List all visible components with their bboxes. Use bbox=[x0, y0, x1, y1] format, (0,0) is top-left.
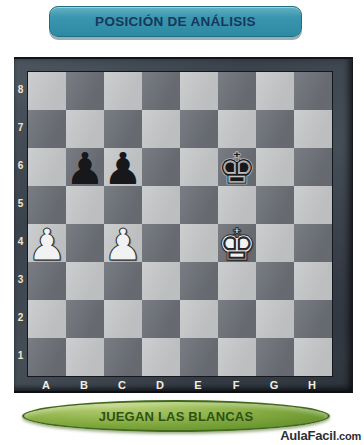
square-a4: ♟ bbox=[28, 224, 66, 262]
square-a2 bbox=[28, 300, 66, 338]
square-h4 bbox=[294, 224, 332, 262]
square-b1 bbox=[66, 338, 104, 376]
rank-label-5: 5 bbox=[14, 185, 27, 223]
square-h6 bbox=[294, 148, 332, 186]
white-pawn: ♟ bbox=[103, 223, 142, 267]
square-g8 bbox=[256, 72, 294, 110]
square-e3 bbox=[180, 262, 218, 300]
rank-label-7: 7 bbox=[14, 109, 27, 147]
square-d1 bbox=[142, 338, 180, 376]
square-a6 bbox=[28, 148, 66, 186]
square-d6 bbox=[142, 148, 180, 186]
square-b2 bbox=[66, 300, 104, 338]
square-d4 bbox=[142, 224, 180, 262]
square-h8 bbox=[294, 72, 332, 110]
brand-suffix: .com bbox=[336, 430, 361, 442]
square-a1 bbox=[28, 338, 66, 376]
square-a8 bbox=[28, 72, 66, 110]
square-c1 bbox=[104, 338, 142, 376]
rank-label-4: 4 bbox=[14, 223, 27, 261]
file-label-d: D bbox=[141, 377, 179, 394]
file-label-b: B bbox=[65, 377, 103, 394]
square-d5 bbox=[142, 186, 180, 224]
square-g6 bbox=[256, 148, 294, 186]
square-g2 bbox=[256, 300, 294, 338]
square-c8 bbox=[104, 72, 142, 110]
square-h3 bbox=[294, 262, 332, 300]
square-h1 bbox=[294, 338, 332, 376]
square-f6: ♚ bbox=[218, 148, 256, 186]
square-e2 bbox=[180, 300, 218, 338]
square-c2 bbox=[104, 300, 142, 338]
square-b3 bbox=[66, 262, 104, 300]
square-e8 bbox=[180, 72, 218, 110]
rank-label-6: 6 bbox=[14, 147, 27, 185]
rank-label-8: 8 bbox=[14, 71, 27, 109]
square-b6: ♟ bbox=[66, 148, 104, 186]
file-label-c: C bbox=[103, 377, 141, 394]
chess-board-frame: ♟♟♚♟♟♚ 87654321 ABCDEFGH bbox=[14, 57, 353, 393]
square-f2 bbox=[218, 300, 256, 338]
square-h7 bbox=[294, 110, 332, 148]
square-f8 bbox=[218, 72, 256, 110]
chess-board: ♟♟♚♟♟♚ bbox=[27, 71, 333, 377]
black-king: ♚ bbox=[217, 147, 256, 191]
square-g1 bbox=[256, 338, 294, 376]
file-label-e: E bbox=[179, 377, 217, 394]
square-g5 bbox=[256, 186, 294, 224]
square-e4 bbox=[180, 224, 218, 262]
black-pawn: ♟ bbox=[65, 147, 104, 191]
black-pawn: ♟ bbox=[103, 147, 142, 191]
file-label-f: F bbox=[217, 377, 255, 394]
square-b8 bbox=[66, 72, 104, 110]
square-g4 bbox=[256, 224, 294, 262]
square-d8 bbox=[142, 72, 180, 110]
square-d7 bbox=[142, 110, 180, 148]
square-e5 bbox=[180, 186, 218, 224]
square-a7 bbox=[28, 110, 66, 148]
file-label-g: G bbox=[255, 377, 293, 394]
white-pawn: ♟ bbox=[27, 223, 66, 267]
square-h5 bbox=[294, 186, 332, 224]
rank-label-2: 2 bbox=[14, 299, 27, 337]
square-g7 bbox=[256, 110, 294, 148]
square-b4 bbox=[66, 224, 104, 262]
square-f1 bbox=[218, 338, 256, 376]
square-c4: ♟ bbox=[104, 224, 142, 262]
analysis-banner: POSICIÓN DE ANÁLISIS bbox=[49, 6, 302, 37]
file-label-a: A bbox=[27, 377, 65, 394]
square-d2 bbox=[142, 300, 180, 338]
rank-label-1: 1 bbox=[14, 337, 27, 375]
square-c6: ♟ bbox=[104, 148, 142, 186]
analysis-banner-title: POSICIÓN DE ANÁLISIS bbox=[95, 14, 256, 29]
white-king: ♚ bbox=[217, 223, 256, 267]
square-g3 bbox=[256, 262, 294, 300]
square-e7 bbox=[180, 110, 218, 148]
square-e1 bbox=[180, 338, 218, 376]
square-f4: ♚ bbox=[218, 224, 256, 262]
square-e6 bbox=[180, 148, 218, 186]
square-d3 bbox=[142, 262, 180, 300]
brand-name: AulaFacil bbox=[280, 428, 336, 443]
rank-label-3: 3 bbox=[14, 261, 27, 299]
file-label-h: H bbox=[293, 377, 331, 394]
turn-banner-caption: JUEGAN LAS BLANCAS bbox=[99, 409, 254, 424]
aulafacil-logo: AulaFacil.com bbox=[280, 428, 361, 443]
square-h2 bbox=[294, 300, 332, 338]
